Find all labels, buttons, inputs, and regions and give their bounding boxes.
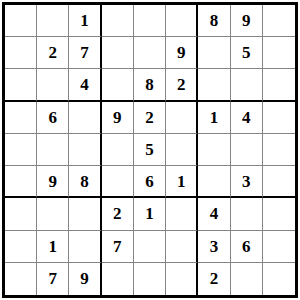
cell-r5c4[interactable] — [102, 134, 134, 166]
given-digit-r6c8[interactable]: 3 — [231, 166, 263, 198]
given-digit-r6c5[interactable]: 6 — [134, 166, 166, 198]
cell-r4c6[interactable] — [166, 102, 198, 134]
cell-r8c9[interactable] — [263, 231, 295, 263]
cell-r5c1[interactable] — [5, 134, 37, 166]
cell-r6c1[interactable] — [5, 166, 37, 198]
cell-r9c8[interactable] — [231, 263, 263, 295]
cell-r1c9[interactable] — [263, 5, 295, 37]
cell-r2c4[interactable] — [102, 37, 134, 69]
given-digit-r7c5[interactable]: 1 — [134, 198, 166, 230]
given-digit-r8c2[interactable]: 1 — [37, 231, 69, 263]
cell-r9c1[interactable] — [5, 263, 37, 295]
cell-r3c1[interactable] — [5, 69, 37, 101]
cell-r8c1[interactable] — [5, 231, 37, 263]
given-digit-r7c4[interactable]: 2 — [102, 198, 134, 230]
cell-r4c3[interactable] — [69, 102, 101, 134]
cell-r4c9[interactable] — [263, 102, 295, 134]
cell-r9c5[interactable] — [134, 263, 166, 295]
given-digit-r8c7[interactable]: 3 — [198, 231, 230, 263]
given-digit-r2c2[interactable]: 2 — [37, 37, 69, 69]
given-digit-r4c8[interactable]: 4 — [231, 102, 263, 134]
cell-r3c4[interactable] — [102, 69, 134, 101]
given-digit-r4c4[interactable]: 9 — [102, 102, 134, 134]
cell-r2c1[interactable] — [5, 37, 37, 69]
cell-r2c5[interactable] — [134, 37, 166, 69]
cell-r6c7[interactable] — [198, 166, 230, 198]
cell-r7c6[interactable] — [166, 198, 198, 230]
cell-r1c2[interactable] — [37, 5, 69, 37]
given-digit-r3c5[interactable]: 8 — [134, 69, 166, 101]
cell-r9c9[interactable] — [263, 263, 295, 295]
given-digit-r6c3[interactable]: 8 — [69, 166, 101, 198]
cell-r8c5[interactable] — [134, 231, 166, 263]
given-digit-r3c6[interactable]: 2 — [166, 69, 198, 101]
cell-r7c3[interactable] — [69, 198, 101, 230]
cell-r6c9[interactable] — [263, 166, 295, 198]
cell-r5c3[interactable] — [69, 134, 101, 166]
cell-r5c6[interactable] — [166, 134, 198, 166]
given-digit-r6c6[interactable]: 1 — [166, 166, 198, 198]
sudoku-page: 1892795482692145986132141736792 — [0, 0, 300, 300]
cell-r5c9[interactable] — [263, 134, 295, 166]
given-digit-r1c3[interactable]: 1 — [69, 5, 101, 37]
cell-r9c6[interactable] — [166, 263, 198, 295]
given-digit-r8c8[interactable]: 6 — [231, 231, 263, 263]
cell-r2c7[interactable] — [198, 37, 230, 69]
cell-r5c2[interactable] — [37, 134, 69, 166]
cell-r1c6[interactable] — [166, 5, 198, 37]
given-digit-r2c8[interactable]: 5 — [231, 37, 263, 69]
given-digit-r6c2[interactable]: 9 — [37, 166, 69, 198]
cell-r7c1[interactable] — [5, 198, 37, 230]
given-digit-r8c4[interactable]: 7 — [102, 231, 134, 263]
cell-r1c1[interactable] — [5, 5, 37, 37]
cell-r5c7[interactable] — [198, 134, 230, 166]
given-digit-r4c7[interactable]: 1 — [198, 102, 230, 134]
cell-r7c9[interactable] — [263, 198, 295, 230]
cell-r1c5[interactable] — [134, 5, 166, 37]
cell-r2c9[interactable] — [263, 37, 295, 69]
sudoku-board: 1892795482692145986132141736792 — [2, 2, 298, 298]
cell-r3c9[interactable] — [263, 69, 295, 101]
cell-r8c3[interactable] — [69, 231, 101, 263]
given-digit-r2c3[interactable]: 7 — [69, 37, 101, 69]
given-digit-r3c3[interactable]: 4 — [69, 69, 101, 101]
given-digit-r9c7[interactable]: 2 — [198, 263, 230, 295]
given-digit-r9c2[interactable]: 7 — [37, 263, 69, 295]
cell-r7c2[interactable] — [37, 198, 69, 230]
given-digit-r1c8[interactable]: 9 — [231, 5, 263, 37]
given-digit-r4c5[interactable]: 2 — [134, 102, 166, 134]
cell-r3c7[interactable] — [198, 69, 230, 101]
cell-r6c4[interactable] — [102, 166, 134, 198]
cell-r3c2[interactable] — [37, 69, 69, 101]
cell-r7c8[interactable] — [231, 198, 263, 230]
given-digit-r2c6[interactable]: 9 — [166, 37, 198, 69]
given-digit-r7c7[interactable]: 4 — [198, 198, 230, 230]
cell-r4c1[interactable] — [5, 102, 37, 134]
given-digit-r5c5[interactable]: 5 — [134, 134, 166, 166]
given-digit-r4c2[interactable]: 6 — [37, 102, 69, 134]
cell-r5c8[interactable] — [231, 134, 263, 166]
cell-r3c8[interactable] — [231, 69, 263, 101]
cell-r9c4[interactable] — [102, 263, 134, 295]
given-digit-r1c7[interactable]: 8 — [198, 5, 230, 37]
cell-r8c6[interactable] — [166, 231, 198, 263]
given-digit-r9c3[interactable]: 9 — [69, 263, 101, 295]
cell-r1c4[interactable] — [102, 5, 134, 37]
